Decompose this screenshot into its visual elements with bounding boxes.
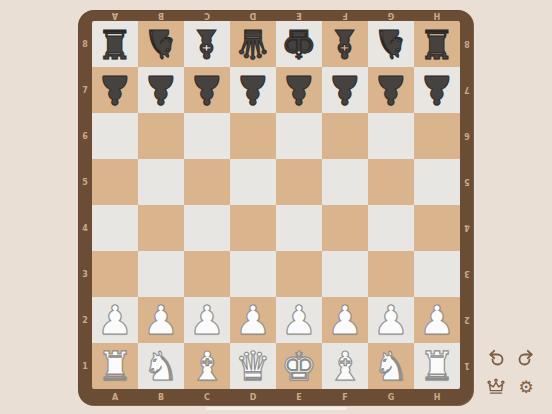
piece-black-pawn[interactable]: ♟ <box>419 70 455 110</box>
square-b4[interactable] <box>138 205 184 251</box>
square-f8[interactable]: ♝ <box>322 21 368 67</box>
piece-white-pawn[interactable]: ♟ <box>143 300 179 340</box>
rank-label-right-4: 4 <box>460 205 474 251</box>
file-label-bottom-a: A <box>92 389 138 406</box>
piece-black-rook[interactable]: ♜ <box>97 24 133 64</box>
square-f7[interactable]: ♟ <box>322 67 368 113</box>
square-f1[interactable]: ♝ <box>322 343 368 389</box>
square-c7[interactable]: ♟ <box>184 67 230 113</box>
file-label-bottom-d: D <box>230 389 276 406</box>
square-h4[interactable] <box>414 205 460 251</box>
home-indicator[interactable] <box>206 407 347 410</box>
square-g4[interactable] <box>368 205 414 251</box>
square-d4[interactable] <box>230 205 276 251</box>
piece-white-pawn[interactable]: ♟ <box>189 300 225 340</box>
square-f6[interactable] <box>322 113 368 159</box>
file-label-top-e: E <box>276 10 322 21</box>
redo-icon <box>516 348 536 368</box>
piece-black-king[interactable]: ♚ <box>281 24 317 64</box>
file-label-top-b: B <box>138 10 184 21</box>
file-label-top-f: F <box>322 10 368 21</box>
square-e7[interactable]: ♟ <box>276 67 322 113</box>
crown-icon <box>486 377 506 397</box>
file-label-bottom-b: B <box>138 389 184 406</box>
square-h2[interactable]: ♟ <box>414 297 460 343</box>
piece-white-queen[interactable]: ♛ <box>235 346 271 386</box>
rank-label-left-2: 2 <box>78 297 92 343</box>
square-a1[interactable]: ♜ <box>92 343 138 389</box>
piece-black-pawn[interactable]: ♟ <box>373 70 409 110</box>
square-e1[interactable]: ♚ <box>276 343 322 389</box>
piece-black-knight[interactable]: ♞ <box>373 24 409 64</box>
rank-label-right-6: 6 <box>460 113 474 159</box>
square-a3[interactable] <box>92 251 138 297</box>
square-e3[interactable] <box>276 251 322 297</box>
square-a7[interactable]: ♟ <box>92 67 138 113</box>
square-h5[interactable] <box>414 159 460 205</box>
square-g5[interactable] <box>368 159 414 205</box>
file-labels-top: ABCDEFGH <box>92 10 460 21</box>
square-b3[interactable] <box>138 251 184 297</box>
piece-black-pawn[interactable]: ♟ <box>281 70 317 110</box>
square-h6[interactable] <box>414 113 460 159</box>
file-label-bottom-c: C <box>184 389 230 406</box>
square-d2[interactable]: ♟ <box>230 297 276 343</box>
square-d1[interactable]: ♛ <box>230 343 276 389</box>
file-labels-bottom: ABCDEFGH <box>92 389 460 406</box>
square-a8[interactable]: ♜ <box>92 21 138 67</box>
rank-label-left-8: 8 <box>78 21 92 67</box>
square-f5[interactable] <box>322 159 368 205</box>
piece-black-pawn[interactable]: ♟ <box>327 70 363 110</box>
piece-white-pawn[interactable]: ♟ <box>327 300 363 340</box>
file-label-top-g: G <box>368 10 414 21</box>
rank-label-left-5: 5 <box>78 159 92 205</box>
chess-board-frame: ABCDEFGH ABCDEFGH 87654321 87654321 ♜♞♝♛… <box>78 10 474 406</box>
square-d3[interactable] <box>230 251 276 297</box>
square-f3[interactable] <box>322 251 368 297</box>
square-a2[interactable]: ♟ <box>92 297 138 343</box>
piece-black-bishop[interactable]: ♝ <box>327 24 363 64</box>
rank-label-left-1: 1 <box>78 343 92 389</box>
square-e8[interactable]: ♚ <box>276 21 322 67</box>
piece-white-rook[interactable]: ♜ <box>97 346 133 386</box>
piece-black-pawn[interactable]: ♟ <box>235 70 271 110</box>
square-d7[interactable]: ♟ <box>230 67 276 113</box>
square-d6[interactable] <box>230 113 276 159</box>
square-g1[interactable]: ♞ <box>368 343 414 389</box>
piece-black-rook[interactable]: ♜ <box>419 24 455 64</box>
file-label-bottom-f: F <box>322 389 368 406</box>
chess-board[interactable]: ♜♞♝♛♚♝♞♜♟♟♟♟♟♟♟♟♟♟♟♟♟♟♟♟♜♞♝♛♚♝♞♜ <box>92 21 460 389</box>
piece-white-knight[interactable]: ♞ <box>373 346 409 386</box>
rank-label-right-1: 1 <box>460 343 474 389</box>
piece-black-pawn[interactable]: ♟ <box>189 70 225 110</box>
rank-labels-right: 87654321 <box>460 21 474 389</box>
piece-black-knight[interactable]: ♞ <box>143 24 179 64</box>
square-b2[interactable]: ♟ <box>138 297 184 343</box>
rank-label-left-4: 4 <box>78 205 92 251</box>
square-g7[interactable]: ♟ <box>368 67 414 113</box>
rank-label-right-8: 8 <box>460 21 474 67</box>
piece-white-pawn[interactable]: ♟ <box>281 300 317 340</box>
square-d8[interactable]: ♛ <box>230 21 276 67</box>
file-label-bottom-h: H <box>414 389 460 406</box>
square-e2[interactable]: ♟ <box>276 297 322 343</box>
square-c6[interactable] <box>184 113 230 159</box>
square-h1[interactable]: ♜ <box>414 343 460 389</box>
toolbar: ⚙ <box>483 345 543 403</box>
file-label-top-a: A <box>92 10 138 21</box>
square-c1[interactable]: ♝ <box>184 343 230 389</box>
square-a5[interactable] <box>92 159 138 205</box>
piece-white-king[interactable]: ♚ <box>281 346 317 386</box>
piece-black-queen[interactable]: ♛ <box>235 24 271 64</box>
square-g8[interactable]: ♞ <box>368 21 414 67</box>
square-b5[interactable] <box>138 159 184 205</box>
file-label-top-d: D <box>230 10 276 21</box>
piece-white-bishop[interactable]: ♝ <box>189 346 225 386</box>
square-f2[interactable]: ♟ <box>322 297 368 343</box>
file-label-bottom-g: G <box>368 389 414 406</box>
square-c4[interactable] <box>184 205 230 251</box>
rank-label-right-3: 3 <box>460 251 474 297</box>
piece-white-pawn[interactable]: ♟ <box>373 300 409 340</box>
square-a4[interactable] <box>92 205 138 251</box>
rank-labels-left: 87654321 <box>78 21 92 389</box>
piece-black-bishop[interactable]: ♝ <box>189 24 225 64</box>
square-e6[interactable] <box>276 113 322 159</box>
file-label-bottom-e: E <box>276 389 322 406</box>
rank-label-right-7: 7 <box>460 67 474 113</box>
square-h7[interactable]: ♟ <box>414 67 460 113</box>
rank-label-left-6: 6 <box>78 113 92 159</box>
square-h8[interactable]: ♜ <box>414 21 460 67</box>
square-g6[interactable] <box>368 113 414 159</box>
square-c5[interactable] <box>184 159 230 205</box>
redo-button[interactable] <box>513 345 539 371</box>
undo-button[interactable] <box>483 345 509 371</box>
square-f4[interactable] <box>322 205 368 251</box>
square-g3[interactable] <box>368 251 414 297</box>
rank-label-left-7: 7 <box>78 67 92 113</box>
square-b1[interactable]: ♞ <box>138 343 184 389</box>
square-c8[interactable]: ♝ <box>184 21 230 67</box>
rank-label-left-3: 3 <box>78 251 92 297</box>
piece-white-bishop[interactable]: ♝ <box>327 346 363 386</box>
piece-black-pawn[interactable]: ♟ <box>143 70 179 110</box>
gear-icon: ⚙ <box>518 379 533 396</box>
piece-white-rook[interactable]: ♜ <box>419 346 455 386</box>
square-g2[interactable]: ♟ <box>368 297 414 343</box>
square-b7[interactable]: ♟ <box>138 67 184 113</box>
settings-button[interactable]: ⚙ <box>513 374 539 400</box>
piece-white-pawn[interactable]: ♟ <box>419 300 455 340</box>
square-a6[interactable] <box>92 113 138 159</box>
crown-button[interactable] <box>483 374 509 400</box>
piece-white-pawn[interactable]: ♟ <box>97 300 133 340</box>
square-h3[interactable] <box>414 251 460 297</box>
square-e4[interactable] <box>276 205 322 251</box>
piece-black-pawn[interactable]: ♟ <box>97 70 133 110</box>
square-c3[interactable] <box>184 251 230 297</box>
file-label-top-h: H <box>414 10 460 21</box>
file-label-top-c: C <box>184 10 230 21</box>
square-c2[interactable]: ♟ <box>184 297 230 343</box>
square-d5[interactable] <box>230 159 276 205</box>
square-e5[interactable] <box>276 159 322 205</box>
rank-label-right-5: 5 <box>460 159 474 205</box>
square-b8[interactable]: ♞ <box>138 21 184 67</box>
square-b6[interactable] <box>138 113 184 159</box>
piece-white-knight[interactable]: ♞ <box>143 346 179 386</box>
undo-icon <box>486 348 506 368</box>
piece-white-pawn[interactable]: ♟ <box>235 300 271 340</box>
rank-label-right-2: 2 <box>460 297 474 343</box>
